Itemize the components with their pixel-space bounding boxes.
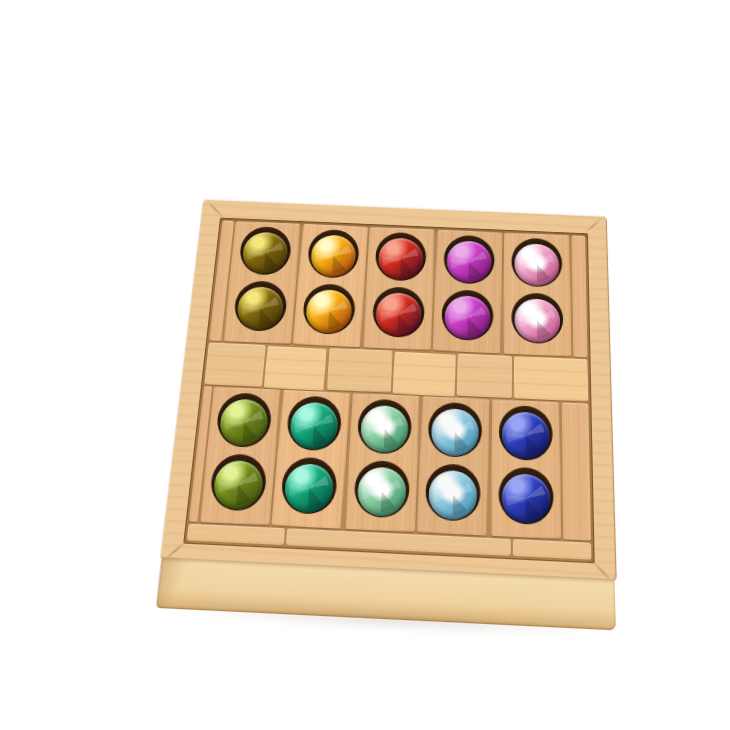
gem-mint-top xyxy=(360,405,409,454)
gem-hole xyxy=(280,456,339,515)
gem-magenta-bottom xyxy=(444,295,491,341)
rim-mitre-top-right xyxy=(584,217,603,234)
gem-block-aqua xyxy=(417,396,491,536)
gem-pink-top xyxy=(514,243,559,286)
gem-red-bottom xyxy=(375,292,422,337)
gem-blue-bottom xyxy=(502,473,551,524)
gem-aqua-bottom xyxy=(428,469,478,521)
gem-amber-bottom xyxy=(304,289,353,334)
rim-mitre-top-left xyxy=(206,200,224,218)
gem-gold-top xyxy=(241,232,289,275)
gem-hole xyxy=(209,453,268,511)
gem-hole xyxy=(428,401,483,458)
gem-block-amber xyxy=(292,224,368,348)
gem-hole xyxy=(215,392,273,448)
gem-row-top xyxy=(209,220,587,357)
gem-blue-top xyxy=(502,411,550,460)
gem-row-bottom xyxy=(189,386,591,540)
gem-amber-top xyxy=(309,234,357,278)
gem-hole xyxy=(306,229,360,279)
gem-mint-bottom xyxy=(357,466,407,517)
gem-hole xyxy=(511,238,562,288)
gem-olive-bottom xyxy=(212,460,264,510)
gem-hole xyxy=(372,286,425,338)
gem-gold-bottom xyxy=(236,286,285,331)
spacer-block xyxy=(457,354,512,399)
gem-block-pink xyxy=(503,233,571,357)
gem-red-top xyxy=(377,237,423,280)
gem-block-magenta xyxy=(432,229,502,353)
spacer-block xyxy=(513,539,592,560)
spacer-block xyxy=(187,524,286,545)
spacer-block xyxy=(393,352,457,397)
gem-hole xyxy=(511,292,563,344)
gem-pink-bottom xyxy=(514,298,560,343)
spacer-block xyxy=(204,342,266,386)
gem-hole xyxy=(353,460,410,518)
gem-block-gold xyxy=(223,221,300,344)
gem-hole xyxy=(498,467,553,526)
gem-emerald-bottom xyxy=(283,463,335,514)
tray-inner-well xyxy=(183,218,595,564)
gem-block-mint xyxy=(345,393,420,532)
tray-top-face xyxy=(160,199,617,581)
gem-block-blue xyxy=(491,399,562,538)
gem-aqua-top xyxy=(431,408,480,457)
gem-hole xyxy=(238,226,292,276)
product-photo-stage xyxy=(0,0,730,730)
spacer-block xyxy=(327,348,393,392)
gem-block-olive xyxy=(200,387,281,525)
gem-olive-top xyxy=(218,398,269,446)
gem-block-red xyxy=(363,227,434,350)
gem-hole xyxy=(499,405,553,461)
gem-hole xyxy=(425,463,482,522)
spacer-block xyxy=(264,346,327,391)
gem-block-emerald xyxy=(271,390,351,529)
gem-hole xyxy=(233,280,289,332)
gem-hole xyxy=(286,395,344,452)
wooden-tray xyxy=(154,199,618,633)
gem-hole xyxy=(357,399,413,455)
filler-block xyxy=(572,235,588,357)
spacer-block xyxy=(514,356,589,401)
gem-hole xyxy=(441,289,494,342)
gem-hole xyxy=(301,283,356,335)
gem-hole xyxy=(374,232,426,282)
gem-magenta-top xyxy=(446,240,492,284)
gem-hole xyxy=(443,234,495,285)
filler-block xyxy=(562,402,591,540)
gem-emerald-top xyxy=(289,401,340,450)
